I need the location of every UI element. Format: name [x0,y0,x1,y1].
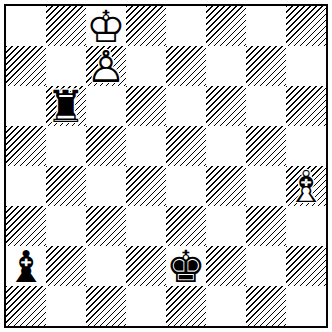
square-b8[interactable] [46,6,86,46]
white-pawn[interactable]: ♟♙ [86,46,126,86]
square-d8[interactable] [126,6,166,46]
square-e4[interactable] [166,166,206,206]
piece-glyph: ♝ [6,247,46,287]
square-f7[interactable] [206,46,246,86]
square-g1[interactable] [246,286,286,326]
square-c5[interactable] [86,126,126,166]
white-king[interactable]: ♚♔ [86,6,126,46]
square-b2[interactable] [46,246,86,286]
square-a2[interactable]: ♝♝ [6,246,46,286]
square-c3[interactable] [86,206,126,246]
black-bishop[interactable]: ♝♝ [6,246,46,286]
square-a6[interactable] [6,86,46,126]
square-h5[interactable] [286,126,326,166]
square-c6[interactable] [86,86,126,126]
piece-glyph: ♜ [46,87,86,127]
black-king[interactable]: ♚♚ [166,246,206,286]
square-d7[interactable] [126,46,166,86]
square-a8[interactable] [6,6,46,46]
square-f8[interactable] [206,6,246,46]
square-d4[interactable] [126,166,166,206]
square-h4[interactable]: ♝♗ [286,166,326,206]
square-e3[interactable] [166,206,206,246]
square-c8[interactable]: ♚♔ [86,6,126,46]
square-h3[interactable] [286,206,326,246]
square-c7[interactable]: ♟♙ [86,46,126,86]
square-c2[interactable] [86,246,126,286]
square-e8[interactable] [166,6,206,46]
square-g6[interactable] [246,86,286,126]
square-h1[interactable] [286,286,326,326]
square-b3[interactable] [46,206,86,246]
square-b4[interactable] [46,166,86,206]
square-h2[interactable] [286,246,326,286]
square-c4[interactable] [86,166,126,206]
square-g8[interactable] [246,6,286,46]
white-bishop[interactable]: ♝♗ [286,166,326,206]
square-a7[interactable] [6,46,46,86]
square-f1[interactable] [206,286,246,326]
square-b5[interactable] [46,126,86,166]
square-d2[interactable] [126,246,166,286]
square-f6[interactable] [206,86,246,126]
square-g3[interactable] [246,206,286,246]
square-d6[interactable] [126,86,166,126]
piece-glyph: ♗ [286,167,326,207]
square-e1[interactable] [166,286,206,326]
square-h7[interactable] [286,46,326,86]
square-a1[interactable] [6,286,46,326]
square-d1[interactable] [126,286,166,326]
square-f5[interactable] [206,126,246,166]
chess-board-frame: ♚♔♟♙♜♜♝♗♝♝♚♚ [0,0,332,332]
square-h8[interactable] [286,6,326,46]
square-h6[interactable] [286,86,326,126]
square-d3[interactable] [126,206,166,246]
square-g4[interactable] [246,166,286,206]
square-b7[interactable] [46,46,86,86]
square-e7[interactable] [166,46,206,86]
square-c1[interactable] [86,286,126,326]
square-g5[interactable] [246,126,286,166]
square-b6[interactable]: ♜♜ [46,86,86,126]
square-a5[interactable] [6,126,46,166]
chess-board: ♚♔♟♙♜♜♝♗♝♝♚♚ [4,4,328,328]
square-f3[interactable] [206,206,246,246]
black-rook[interactable]: ♜♜ [46,86,86,126]
square-a4[interactable] [6,166,46,206]
square-b1[interactable] [46,286,86,326]
square-g2[interactable] [246,246,286,286]
piece-glyph: ♚ [166,247,206,287]
square-g7[interactable] [246,46,286,86]
piece-glyph: ♙ [86,47,126,87]
square-d5[interactable] [126,126,166,166]
square-e2[interactable]: ♚♚ [166,246,206,286]
square-a3[interactable] [6,206,46,246]
square-e5[interactable] [166,126,206,166]
square-e6[interactable] [166,86,206,126]
square-f4[interactable] [206,166,246,206]
square-f2[interactable] [206,246,246,286]
